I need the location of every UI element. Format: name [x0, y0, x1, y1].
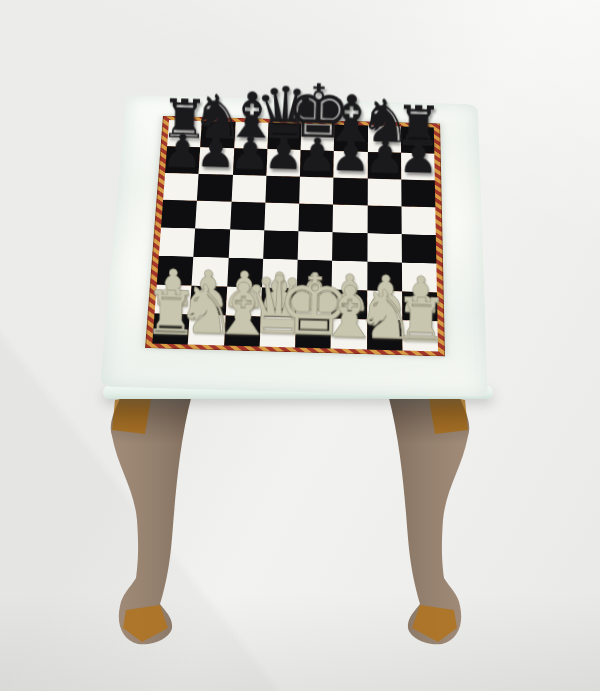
square-e5[interactable] — [298, 204, 333, 233]
square-d6[interactable] — [265, 176, 300, 204]
square-h1[interactable]: ♜ — [402, 321, 438, 352]
square-c4[interactable] — [228, 229, 264, 258]
square-b4[interactable] — [194, 228, 230, 257]
square-h7[interactable]: ♟ — [401, 153, 435, 181]
square-g4[interactable] — [367, 233, 402, 262]
square-c7[interactable]: ♟ — [233, 148, 268, 176]
table-leg-left — [111, 393, 192, 644]
piece-black-pawn-h7[interactable]: ♟ — [398, 133, 439, 179]
square-f7[interactable]: ♟ — [334, 151, 368, 179]
square-e7[interactable]: ♟ — [300, 150, 334, 178]
square-b6[interactable] — [197, 174, 232, 202]
table-legs — [100, 388, 470, 660]
square-c6[interactable] — [231, 175, 266, 203]
square-a6[interactable] — [163, 173, 199, 201]
table-leg-right — [388, 393, 469, 644]
square-g6[interactable] — [367, 178, 401, 206]
board-grid: ♜♞♝♛♚♝♞♜♟♟♟♟♟♟♟♟♟♟♟♟♟♟♟♟♜♞♝♛♚♝♞♜ — [152, 120, 438, 351]
chess-board: ♜♞♝♛♚♝♞♜♟♟♟♟♟♟♟♟♟♟♟♟♟♟♟♟♜♞♝♛♚♝♞♜ — [145, 116, 445, 357]
photo-stage: ♜♞♝♛♚♝♞♜♟♟♟♟♟♟♟♟♟♟♟♟♟♟♟♟♜♞♝♛♚♝♞♜ — [0, 0, 600, 691]
square-b5[interactable] — [195, 201, 231, 230]
piece-white-rook-h1[interactable]: ♜ — [393, 289, 449, 351]
square-e6[interactable] — [299, 177, 333, 205]
square-g7[interactable]: ♟ — [367, 152, 401, 180]
square-b7[interactable]: ♟ — [199, 147, 234, 175]
square-d7[interactable]: ♟ — [266, 149, 300, 177]
square-h4[interactable] — [401, 234, 436, 263]
square-a4[interactable] — [159, 227, 195, 256]
marble-table-top: ♜♞♝♛♚♝♞♜♟♟♟♟♟♟♟♟♟♟♟♟♟♟♟♟♜♞♝♛♚♝♞♜ — [100, 95, 488, 398]
table-perspective: ♜♞♝♛♚♝♞♜♟♟♟♟♟♟♟♟♟♟♟♟♟♟♟♟♜♞♝♛♚♝♞♜ — [100, 95, 496, 398]
square-c5[interactable] — [230, 202, 265, 231]
square-d5[interactable] — [264, 203, 299, 232]
square-h6[interactable] — [401, 179, 435, 207]
square-f6[interactable] — [333, 177, 367, 205]
square-g5[interactable] — [367, 206, 401, 235]
square-h5[interactable] — [401, 207, 436, 236]
square-a5[interactable] — [161, 200, 197, 229]
square-f5[interactable] — [333, 205, 367, 234]
